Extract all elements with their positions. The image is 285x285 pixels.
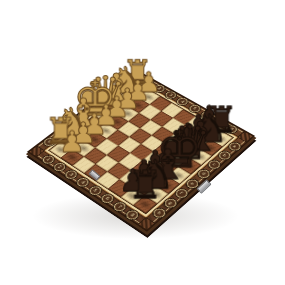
chess-board: 11aa22bb33cc44dd55ee66ff77gg88hh ♜♟♟♜♞♟♟… — [26, 69, 255, 232]
coordinate-label: h — [152, 207, 165, 217]
coordinate-label: 5 — [89, 185, 102, 194]
coordinate-label: 4 — [177, 97, 189, 105]
perspective-stage: 11aa22bb33cc44dd55ee66ff77gg88hh ♜♟♟♜♞♟♟… — [0, 0, 285, 285]
chess-set-photo: 11aa22bb33cc44dd55ee66ff77gg88hh ♜♟♟♜♞♟♟… — [0, 0, 285, 285]
coordinate-medallion-8: 8 — [124, 208, 141, 221]
coordinate-medallion-3: 3 — [63, 168, 79, 180]
coordinate-label: 3 — [165, 90, 176, 98]
coordinate-medallion-5: 5 — [87, 184, 103, 196]
coordinate-medallion-4: 4 — [75, 176, 91, 188]
coordinate-label: 4 — [77, 177, 89, 186]
coordinate-label: 3 — [65, 169, 77, 178]
piece-white-pawn: ♟ — [49, 127, 94, 156]
coordinate-label: 8 — [126, 209, 139, 219]
piece-black-rook: ♜ — [121, 165, 168, 203]
